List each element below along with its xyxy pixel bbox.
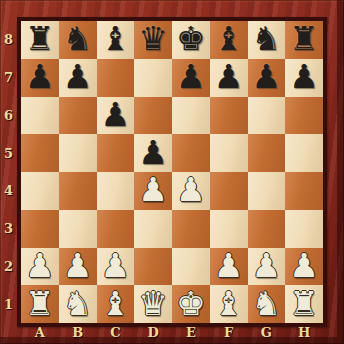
black-queen-piece[interactable]: ♛	[138, 22, 168, 55]
square-c6[interactable]: ♟	[97, 97, 135, 135]
square-a3[interactable]	[21, 210, 59, 248]
square-d1[interactable]: ♛	[134, 285, 172, 323]
square-h8[interactable]: ♜	[285, 21, 323, 59]
square-f8[interactable]: ♝	[210, 21, 248, 59]
square-d6[interactable]	[134, 97, 172, 135]
square-h4[interactable]	[285, 172, 323, 210]
black-bishop-piece[interactable]: ♝	[101, 22, 131, 55]
square-d3[interactable]	[134, 210, 172, 248]
square-d4[interactable]: ♟	[134, 172, 172, 210]
black-bishop-piece[interactable]: ♝	[214, 22, 244, 55]
square-g2[interactable]: ♟	[248, 248, 286, 286]
square-a1[interactable]: ♜	[21, 285, 59, 323]
square-h1[interactable]: ♜	[285, 285, 323, 323]
square-b5[interactable]	[59, 134, 97, 172]
rank-label-2: 2	[0, 248, 17, 286]
white-rook-piece[interactable]: ♜	[25, 287, 55, 320]
black-pawn-piece[interactable]: ♟	[63, 60, 93, 93]
square-a7[interactable]: ♟	[21, 59, 59, 97]
square-a6[interactable]	[21, 97, 59, 135]
rank-label-6: 6	[0, 97, 17, 135]
file-label-d: D	[134, 324, 172, 341]
square-b7[interactable]: ♟	[59, 59, 97, 97]
square-h7[interactable]: ♟	[285, 59, 323, 97]
square-d2[interactable]	[134, 248, 172, 286]
white-pawn-piece[interactable]: ♟	[63, 249, 93, 282]
file-label-b: B	[59, 324, 97, 341]
file-label-e: E	[172, 324, 210, 341]
square-e5[interactable]	[172, 134, 210, 172]
black-pawn-piece[interactable]: ♟	[214, 60, 244, 93]
file-label-g: G	[248, 324, 286, 341]
black-pawn-piece[interactable]: ♟	[252, 60, 282, 93]
black-pawn-piece[interactable]: ♟	[138, 136, 168, 169]
square-f4[interactable]	[210, 172, 248, 210]
black-pawn-piece[interactable]: ♟	[176, 60, 206, 93]
white-pawn-piece[interactable]: ♟	[289, 249, 319, 282]
rank-label-1: 1	[0, 285, 17, 323]
file-label-h: H	[285, 324, 323, 341]
square-c3[interactable]	[97, 210, 135, 248]
rank-label-4: 4	[0, 172, 17, 210]
square-b2[interactable]: ♟	[59, 248, 97, 286]
square-c1[interactable]: ♝	[97, 285, 135, 323]
square-g1[interactable]: ♞	[248, 285, 286, 323]
rank-label-8: 8	[0, 21, 17, 59]
white-pawn-piece[interactable]: ♟	[138, 173, 168, 206]
square-g6[interactable]	[248, 97, 286, 135]
square-d5[interactable]: ♟	[134, 134, 172, 172]
square-e7[interactable]: ♟	[172, 59, 210, 97]
rank-label-5: 5	[0, 134, 17, 172]
white-pawn-piece[interactable]: ♟	[214, 249, 244, 282]
square-e2[interactable]	[172, 248, 210, 286]
white-bishop-piece[interactable]: ♝	[101, 287, 131, 320]
square-h3[interactable]	[285, 210, 323, 248]
square-b1[interactable]: ♞	[59, 285, 97, 323]
black-knight-piece[interactable]: ♞	[63, 22, 93, 55]
square-g7[interactable]: ♟	[248, 59, 286, 97]
black-pawn-piece[interactable]: ♟	[25, 60, 55, 93]
square-a2[interactable]: ♟	[21, 248, 59, 286]
square-c5[interactable]	[97, 134, 135, 172]
black-pawn-piece[interactable]: ♟	[101, 98, 131, 131]
square-c8[interactable]: ♝	[97, 21, 135, 59]
rank-label-7: 7	[0, 59, 17, 97]
square-b3[interactable]	[59, 210, 97, 248]
file-label-c: C	[97, 324, 135, 341]
square-a8[interactable]: ♜	[21, 21, 59, 59]
file-label-a: A	[21, 324, 59, 341]
square-d8[interactable]: ♛	[134, 21, 172, 59]
square-f3[interactable]	[210, 210, 248, 248]
square-b8[interactable]: ♞	[59, 21, 97, 59]
square-g4[interactable]	[248, 172, 286, 210]
square-g8[interactable]: ♞	[248, 21, 286, 59]
rank-label-3: 3	[0, 210, 17, 248]
square-e6[interactable]	[172, 97, 210, 135]
square-g5[interactable]	[248, 134, 286, 172]
file-label-f: F	[210, 324, 248, 341]
square-e3[interactable]	[172, 210, 210, 248]
square-h6[interactable]	[285, 97, 323, 135]
black-rook-piece[interactable]: ♜	[289, 22, 319, 55]
square-e8[interactable]: ♚	[172, 21, 210, 59]
white-rook-piece[interactable]: ♜	[289, 287, 319, 320]
square-f1[interactable]: ♝	[210, 285, 248, 323]
square-d7[interactable]	[134, 59, 172, 97]
square-c2[interactable]: ♟	[97, 248, 135, 286]
square-f2[interactable]: ♟	[210, 248, 248, 286]
white-knight-piece[interactable]: ♞	[63, 287, 93, 320]
board-inset-border: ♜♞♝♛♚♝♞♜♟♟♟♟♟♟♟♟♟♟♟♟♟♟♟♟♜♞♝♛♚♝♞♜	[17, 17, 327, 327]
square-f5[interactable]	[210, 134, 248, 172]
chess-board: ♜♞♝♛♚♝♞♜♟♟♟♟♟♟♟♟♟♟♟♟♟♟♟♟♜♞♝♛♚♝♞♜	[21, 21, 323, 323]
square-a5[interactable]	[21, 134, 59, 172]
white-pawn-piece[interactable]: ♟	[252, 249, 282, 282]
chess-board-window: ♜♞♝♛♚♝♞♜♟♟♟♟♟♟♟♟♟♟♟♟♟♟♟♟♜♞♝♛♚♝♞♜ 8765432…	[0, 0, 344, 344]
square-e4[interactable]: ♟	[172, 172, 210, 210]
square-e1[interactable]: ♚	[172, 285, 210, 323]
square-b6[interactable]	[59, 97, 97, 135]
white-pawn-piece[interactable]: ♟	[25, 249, 55, 282]
black-knight-piece[interactable]: ♞	[252, 22, 282, 55]
black-king-piece[interactable]: ♚	[176, 22, 206, 55]
square-c7[interactable]	[97, 59, 135, 97]
square-g3[interactable]	[248, 210, 286, 248]
square-f7[interactable]: ♟	[210, 59, 248, 97]
square-b4[interactable]	[59, 172, 97, 210]
white-pawn-piece[interactable]: ♟	[176, 173, 206, 206]
square-c4[interactable]	[97, 172, 135, 210]
white-bishop-piece[interactable]: ♝	[214, 287, 244, 320]
black-pawn-piece[interactable]: ♟	[289, 60, 319, 93]
white-knight-piece[interactable]: ♞	[252, 287, 282, 320]
white-king-piece[interactable]: ♚	[176, 287, 206, 320]
white-pawn-piece[interactable]: ♟	[101, 249, 131, 282]
square-f6[interactable]	[210, 97, 248, 135]
square-a4[interactable]	[21, 172, 59, 210]
square-h2[interactable]: ♟	[285, 248, 323, 286]
black-rook-piece[interactable]: ♜	[25, 22, 55, 55]
white-queen-piece[interactable]: ♛	[138, 287, 168, 320]
square-h5[interactable]	[285, 134, 323, 172]
